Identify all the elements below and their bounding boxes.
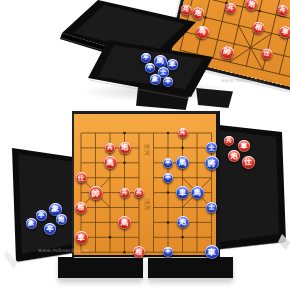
piece-character: 士 [208, 144, 214, 150]
xiangqi-piece-red: 兵 [276, 3, 289, 16]
piece-character: 車 [179, 188, 187, 196]
xiangqi-piece-red: 車 [75, 231, 88, 244]
piece-character: 馬 [193, 188, 201, 196]
piece-character: 炮 [179, 218, 186, 225]
lower-board-pieces: 兵炮馬仕帥相兵兵馬車相兵卒馬士將卒車馬士炮卒車 [74, 114, 216, 255]
xiangqi-piece-red: 兵 [105, 143, 115, 153]
piece-character: 兵 [107, 144, 113, 150]
xiangqi-piece-red: 兵 [134, 188, 144, 198]
watermark-text: www.miboard.co.kr [38, 247, 89, 253]
lower-board: 楚河漢界 兵炮馬仕帥相兵兵馬車相兵卒馬士將卒車馬士炮卒車 [72, 111, 220, 257]
xiangqi-piece-blue: 卒 [163, 158, 173, 168]
xiangqi-piece-red: 馬 [104, 156, 117, 169]
piece-character: 卒 [165, 174, 171, 180]
piece-character: 車 [207, 248, 215, 256]
xiangqi-piece-red: 炮 [244, 0, 258, 12]
xiangqi-piece-blue: 馬 [176, 156, 189, 169]
piece-character: 馬 [106, 159, 114, 167]
xiangqi-piece-blue: 將 [205, 156, 219, 170]
upper-piece-drawer [86, 36, 221, 100]
piece-character: 卒 [165, 249, 171, 255]
xiangqi-set-product-photo: 兵炮馬兵帥炮相仕兵車 楚河漢界 兵炮馬仕帥相兵兵馬車相兵卒馬士將卒車馬士炮卒車 … [0, 0, 290, 290]
piece-character: 相 [254, 23, 262, 31]
xiangqi-piece-blue: 卒 [163, 247, 173, 257]
piece-character: 相 [136, 248, 143, 255]
xiangqi-piece-red: 帥 [89, 186, 103, 200]
piece-character: 兵 [227, 3, 235, 11]
piece-character: 兵 [279, 6, 287, 14]
xiangqi-piece-blue: 車 [176, 186, 189, 199]
xiangqi-piece-red: 車 [278, 25, 290, 39]
case-base-right [148, 257, 233, 280]
piece-character: 馬 [179, 159, 187, 167]
piece-character: 兵 [122, 189, 128, 195]
piece-character: 車 [77, 233, 85, 241]
piece-character: 炮 [248, 0, 256, 8]
piece-character: 將 [207, 158, 215, 166]
xiangqi-piece-blue: 士 [206, 202, 217, 213]
piece-character: 炮 [121, 144, 128, 151]
piece-character: 帥 [91, 188, 99, 196]
piece-character: 仕 [263, 49, 271, 57]
xiangqi-piece-blue: 馬 [191, 186, 204, 199]
piece-character: 帥 [223, 47, 232, 56]
xiangqi-piece-red: 兵 [120, 188, 130, 198]
piece-character: 馬 [121, 218, 129, 226]
piece-character: 相 [78, 204, 85, 211]
xiangqi-piece-red: 帥 [219, 44, 235, 60]
xiangqi-piece-blue: 卒 [163, 173, 173, 183]
watermark-text: www.miboard.co.kr [221, 77, 272, 83]
xiangqi-piece-red: 兵 [224, 1, 237, 14]
piece-character: 車 [281, 27, 289, 35]
piece-character: 士 [208, 204, 214, 210]
piece-character: 仕 [78, 174, 84, 180]
xiangqi-piece-blue: 士 [206, 142, 217, 153]
xiangqi-piece-red: 相 [251, 21, 265, 35]
piece-character: 兵 [136, 189, 142, 195]
xiangqi-piece-red: 仕 [260, 47, 273, 60]
piece-character: 卒 [165, 159, 171, 165]
xiangqi-piece-blue: 炮 [177, 216, 189, 228]
xiangqi-piece-red: 相 [133, 246, 145, 258]
xiangqi-piece-red: 仕 [76, 172, 87, 183]
xiangqi-piece-red: 兵 [178, 128, 188, 138]
xiangqi-piece-blue: 車 [205, 245, 219, 259]
xiangqi-piece-red: 相 [75, 202, 87, 214]
xiangqi-piece-red: 炮 [119, 142, 131, 154]
piece-character: 兵 [180, 130, 186, 136]
xiangqi-piece-red: 馬 [118, 216, 131, 229]
